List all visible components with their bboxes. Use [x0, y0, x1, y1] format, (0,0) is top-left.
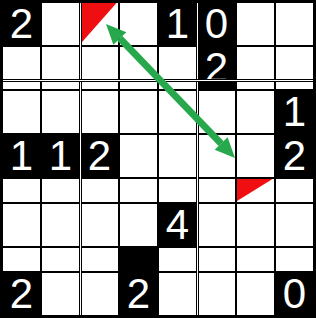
grid-seam-horizontal-row1 — [3, 79, 313, 82]
cell-r1c2[interactable] — [81, 47, 118, 89]
cell-r0c6[interactable] — [237, 3, 274, 45]
cell-r6c1[interactable] — [42, 248, 79, 271]
cell-r2c2[interactable] — [81, 91, 118, 133]
cell-r4c3[interactable] — [120, 179, 157, 202]
cell-r6c3 — [120, 248, 157, 271]
cell-r1c4[interactable] — [159, 47, 196, 89]
cell-r4c6[interactable] — [237, 179, 274, 202]
mine-triangle-icon — [81, 3, 118, 45]
cell-r6c0[interactable] — [3, 248, 40, 271]
grid-seam-vertical-col1 — [79, 3, 82, 315]
cell-r5c4: 4 — [159, 204, 196, 246]
cell-r2c6[interactable] — [237, 91, 274, 133]
cell-r0c5: 0 — [198, 3, 235, 45]
cell-r1c7[interactable] — [276, 47, 313, 89]
cell-r5c3[interactable] — [120, 204, 157, 246]
cell-r3c6[interactable] — [237, 135, 274, 177]
cell-r6c6[interactable] — [237, 248, 274, 271]
cell-r5c6[interactable] — [237, 204, 274, 246]
cell-r7c5[interactable] — [198, 273, 235, 315]
cell-r2c0[interactable] — [3, 91, 40, 133]
cell-r3c7: 2 — [276, 135, 313, 177]
cell-r4c4[interactable] — [159, 179, 196, 202]
cell-r5c0[interactable] — [3, 204, 40, 246]
cell-r6c4[interactable] — [159, 248, 196, 271]
cell-r3c0: 1 — [3, 135, 40, 177]
cell-r6c7[interactable] — [276, 248, 313, 271]
cell-r7c3: 2 — [120, 273, 157, 315]
cell-r4c7[interactable] — [276, 179, 313, 202]
puzzle-stage: 2102111224220 — [0, 0, 316, 318]
cell-r4c1[interactable] — [42, 179, 79, 202]
cell-r1c3[interactable] — [120, 47, 157, 89]
cell-r3c3[interactable] — [120, 135, 157, 177]
cell-r2c5[interactable] — [198, 91, 235, 133]
cell-r5c5[interactable] — [198, 204, 235, 246]
cell-r3c1: 1 — [42, 135, 79, 177]
cell-r7c6[interactable] — [237, 273, 274, 315]
cell-r0c7[interactable] — [276, 3, 313, 45]
cell-r4c0[interactable] — [3, 179, 40, 202]
grid-seam-vertical-col4 — [196, 3, 199, 315]
cell-r2c1[interactable] — [42, 91, 79, 133]
mine-triangle-icon — [237, 179, 274, 202]
cell-r0c4: 1 — [159, 3, 196, 45]
cell-r3c4[interactable] — [159, 135, 196, 177]
cell-r3c2: 2 — [81, 135, 118, 177]
cell-r7c7: 0 — [276, 273, 313, 315]
cell-r0c0: 2 — [3, 3, 40, 45]
cell-r6c2[interactable] — [81, 248, 118, 271]
puzzle-board: 2102111224220 — [0, 0, 316, 318]
cell-r2c4[interactable] — [159, 91, 196, 133]
cell-r7c0: 2 — [3, 273, 40, 315]
cell-r0c1[interactable] — [42, 3, 79, 45]
cell-r4c5[interactable] — [198, 179, 235, 202]
cell-r2c7: 1 — [276, 91, 313, 133]
cell-r1c1[interactable] — [42, 47, 79, 89]
cell-r7c1[interactable] — [42, 273, 79, 315]
cell-r5c1[interactable] — [42, 204, 79, 246]
cell-r1c6[interactable] — [237, 47, 274, 89]
cell-r7c2[interactable] — [81, 273, 118, 315]
cell-r5c7[interactable] — [276, 204, 313, 246]
cell-r6c5[interactable] — [198, 248, 235, 271]
cell-r5c2[interactable] — [81, 204, 118, 246]
cell-r1c0[interactable] — [3, 47, 40, 89]
cell-r7c4[interactable] — [159, 273, 196, 315]
cell-r2c3[interactable] — [120, 91, 157, 133]
cell-r3c5[interactable] — [198, 135, 235, 177]
cell-r0c3[interactable] — [120, 3, 157, 45]
cell-r1c5: 2 — [198, 47, 235, 89]
cell-r4c2[interactable] — [81, 179, 118, 202]
cell-r0c2[interactable] — [81, 3, 118, 45]
